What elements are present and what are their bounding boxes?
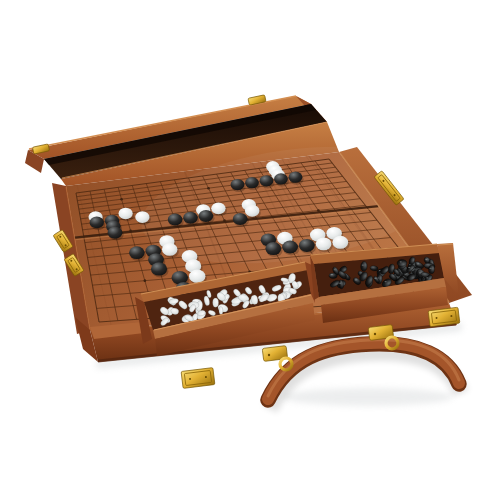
go-set-product-photo — [0, 0, 500, 500]
black-stone — [245, 177, 259, 188]
tray-black-stone — [397, 259, 407, 267]
white-stone — [189, 269, 205, 283]
white-stone — [245, 205, 260, 217]
white-stone — [162, 243, 178, 256]
black-stone — [299, 239, 315, 252]
tray-black-stone — [428, 265, 435, 274]
black-stone — [265, 242, 281, 255]
white-stone — [332, 236, 348, 249]
black-stone — [90, 216, 104, 228]
go-set-scene — [0, 0, 500, 500]
black-stone — [233, 213, 248, 225]
front-left-latch — [181, 368, 215, 389]
black-stone — [168, 213, 183, 225]
black-stone — [199, 210, 214, 222]
black-stone — [282, 241, 298, 254]
white-stone — [316, 237, 332, 250]
tray-white-stone — [219, 306, 223, 314]
white-stone — [211, 202, 225, 214]
black-stone — [260, 175, 274, 186]
white-stone — [135, 211, 149, 223]
black-stone — [108, 227, 123, 239]
black-stone — [183, 212, 198, 224]
black-stone — [129, 246, 145, 259]
tray-white-stone — [213, 298, 219, 307]
black-stone — [231, 179, 245, 190]
black-stone — [274, 173, 288, 184]
black-stone — [289, 172, 303, 183]
front-right-latch — [428, 307, 460, 327]
tray-black-stone — [329, 273, 338, 279]
white-stone — [119, 208, 133, 220]
black-stone — [151, 262, 167, 275]
